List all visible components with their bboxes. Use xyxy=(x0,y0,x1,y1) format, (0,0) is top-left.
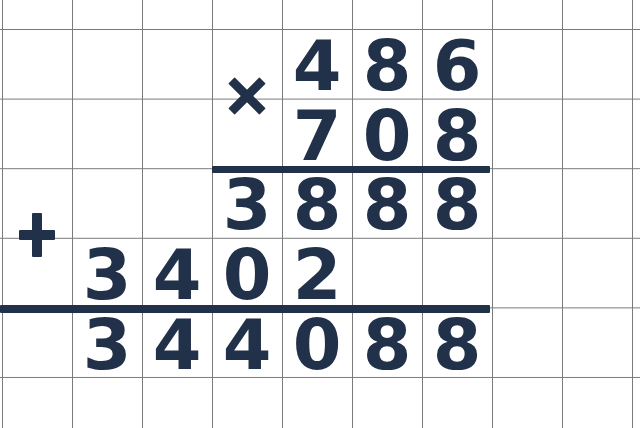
digit-cell-r4c4: 3 xyxy=(212,168,282,238)
digit-cell-r3c7: 8 xyxy=(422,99,492,168)
digit-cell-r6c3: 4 xyxy=(142,308,212,377)
squared-paper-worksheet: 48670838883402344088 xyxy=(0,0,640,428)
digit-cell-r5c4: 0 xyxy=(212,238,282,308)
digit-cell-r4c6: 8 xyxy=(352,168,422,238)
digit-cell-r5c2: 3 xyxy=(72,238,142,308)
multiplication-sign xyxy=(216,65,278,127)
plus-sign xyxy=(19,213,55,257)
digit-cell-r6c5: 0 xyxy=(282,308,352,377)
digit-cell-r6c7: 8 xyxy=(422,308,492,377)
digit-cell-r6c6: 8 xyxy=(352,308,422,377)
digit-cell-r4c7: 8 xyxy=(422,168,492,238)
digit-cell-r3c6: 0 xyxy=(352,99,422,168)
digit-cell-r2c5: 4 xyxy=(282,29,352,99)
digit-cell-r4c5: 8 xyxy=(282,168,352,238)
digit-cell-r6c2: 3 xyxy=(72,308,142,377)
digit-cell-r3c5: 7 xyxy=(282,99,352,168)
digit-cell-r2c7: 6 xyxy=(422,29,492,99)
digit-cell-r5c5: 2 xyxy=(282,238,352,308)
digit-cell-r6c4: 4 xyxy=(212,308,282,377)
plus-sign-bar xyxy=(32,213,42,257)
digit-cell-r5c3: 4 xyxy=(142,238,212,308)
digit-cell-r2c6: 8 xyxy=(352,29,422,99)
